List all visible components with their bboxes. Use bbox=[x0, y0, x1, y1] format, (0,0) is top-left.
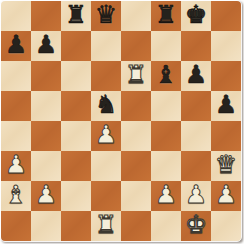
square-c4[interactable] bbox=[61, 121, 91, 151]
square-g8[interactable]: ♚ bbox=[181, 1, 211, 31]
square-f7[interactable] bbox=[151, 31, 181, 61]
square-f8[interactable]: ♜ bbox=[151, 1, 181, 31]
square-e3[interactable] bbox=[121, 151, 151, 181]
square-c7[interactable] bbox=[61, 31, 91, 61]
square-b6[interactable] bbox=[31, 61, 61, 91]
white-pawn-piece[interactable]: ♟ bbox=[155, 180, 177, 210]
white-bishop-piece[interactable]: ♝ bbox=[5, 180, 27, 210]
white-pawn-piece[interactable]: ♟ bbox=[185, 180, 207, 210]
square-c2[interactable] bbox=[61, 181, 91, 211]
square-f5[interactable] bbox=[151, 91, 181, 121]
square-b8[interactable] bbox=[31, 1, 61, 31]
white-rook-piece[interactable]: ♜ bbox=[125, 60, 147, 90]
square-a5[interactable] bbox=[1, 91, 31, 121]
chess-board[interactable]: ♜♛♜♚♟♟♜♝♟♞♟♟♟♛♝♟♟♟♟♜♚ bbox=[1, 1, 241, 241]
board-frame: ♜♛♜♚♟♟♜♝♟♞♟♟♟♛♝♟♟♟♟♜♚ bbox=[1, 1, 241, 241]
white-pawn-piece[interactable]: ♟ bbox=[5, 150, 27, 180]
square-h4[interactable] bbox=[211, 121, 241, 151]
square-b5[interactable] bbox=[31, 91, 61, 121]
square-b1[interactable] bbox=[31, 211, 61, 241]
square-a8[interactable] bbox=[1, 1, 31, 31]
square-b3[interactable] bbox=[31, 151, 61, 181]
square-d4[interactable]: ♟ bbox=[91, 121, 121, 151]
square-f4[interactable] bbox=[151, 121, 181, 151]
black-knight-piece[interactable]: ♞ bbox=[95, 90, 117, 120]
square-g4[interactable] bbox=[181, 121, 211, 151]
square-e6[interactable]: ♜ bbox=[121, 61, 151, 91]
square-h6[interactable] bbox=[211, 61, 241, 91]
white-queen-piece[interactable]: ♛ bbox=[215, 150, 237, 180]
square-h3[interactable]: ♛ bbox=[211, 151, 241, 181]
square-e8[interactable] bbox=[121, 1, 151, 31]
square-d1[interactable]: ♜ bbox=[91, 211, 121, 241]
square-a1[interactable] bbox=[1, 211, 31, 241]
square-b7[interactable]: ♟ bbox=[31, 31, 61, 61]
square-e2[interactable] bbox=[121, 181, 151, 211]
square-c5[interactable] bbox=[61, 91, 91, 121]
square-f3[interactable] bbox=[151, 151, 181, 181]
square-c3[interactable] bbox=[61, 151, 91, 181]
square-a2[interactable]: ♝ bbox=[1, 181, 31, 211]
square-h8[interactable] bbox=[211, 1, 241, 31]
black-pawn-piece[interactable]: ♟ bbox=[5, 30, 27, 60]
square-d8[interactable]: ♛ bbox=[91, 1, 121, 31]
square-g7[interactable] bbox=[181, 31, 211, 61]
square-f6[interactable]: ♝ bbox=[151, 61, 181, 91]
black-bishop-piece[interactable]: ♝ bbox=[155, 60, 177, 90]
square-f2[interactable]: ♟ bbox=[151, 181, 181, 211]
black-pawn-piece[interactable]: ♟ bbox=[215, 90, 237, 120]
square-g1[interactable]: ♚ bbox=[181, 211, 211, 241]
square-d6[interactable] bbox=[91, 61, 121, 91]
square-d7[interactable] bbox=[91, 31, 121, 61]
square-g6[interactable]: ♟ bbox=[181, 61, 211, 91]
square-d3[interactable] bbox=[91, 151, 121, 181]
square-c6[interactable] bbox=[61, 61, 91, 91]
square-c8[interactable]: ♜ bbox=[61, 1, 91, 31]
square-c1[interactable] bbox=[61, 211, 91, 241]
square-f1[interactable] bbox=[151, 211, 181, 241]
square-h2[interactable]: ♟ bbox=[211, 181, 241, 211]
black-rook-piece[interactable]: ♜ bbox=[155, 1, 177, 30]
square-e5[interactable] bbox=[121, 91, 151, 121]
square-e4[interactable] bbox=[121, 121, 151, 151]
white-rook-piece[interactable]: ♜ bbox=[95, 210, 117, 240]
square-d2[interactable] bbox=[91, 181, 121, 211]
black-king-piece[interactable]: ♚ bbox=[185, 1, 207, 30]
square-h5[interactable]: ♟ bbox=[211, 91, 241, 121]
black-pawn-piece[interactable]: ♟ bbox=[35, 30, 57, 60]
white-king-piece[interactable]: ♚ bbox=[185, 210, 207, 240]
square-a7[interactable]: ♟ bbox=[1, 31, 31, 61]
square-b4[interactable] bbox=[31, 121, 61, 151]
black-rook-piece[interactable]: ♜ bbox=[65, 1, 87, 30]
square-b2[interactable]: ♟ bbox=[31, 181, 61, 211]
square-a6[interactable] bbox=[1, 61, 31, 91]
square-e1[interactable] bbox=[121, 211, 151, 241]
white-pawn-piece[interactable]: ♟ bbox=[35, 180, 57, 210]
white-pawn-piece[interactable]: ♟ bbox=[95, 120, 117, 150]
square-g2[interactable]: ♟ bbox=[181, 181, 211, 211]
black-queen-piece[interactable]: ♛ bbox=[95, 1, 117, 30]
square-h7[interactable] bbox=[211, 31, 241, 61]
square-g5[interactable] bbox=[181, 91, 211, 121]
chess-diagram: ♜♛♜♚♟♟♜♝♟♞♟♟♟♛♝♟♟♟♟♜♚ bbox=[0, 0, 244, 244]
square-a4[interactable] bbox=[1, 121, 31, 151]
black-pawn-piece[interactable]: ♟ bbox=[185, 60, 207, 90]
square-e7[interactable] bbox=[121, 31, 151, 61]
white-pawn-piece[interactable]: ♟ bbox=[215, 180, 237, 210]
square-a3[interactable]: ♟ bbox=[1, 151, 31, 181]
square-h1[interactable] bbox=[211, 211, 241, 241]
square-d5[interactable]: ♞ bbox=[91, 91, 121, 121]
square-g3[interactable] bbox=[181, 151, 211, 181]
